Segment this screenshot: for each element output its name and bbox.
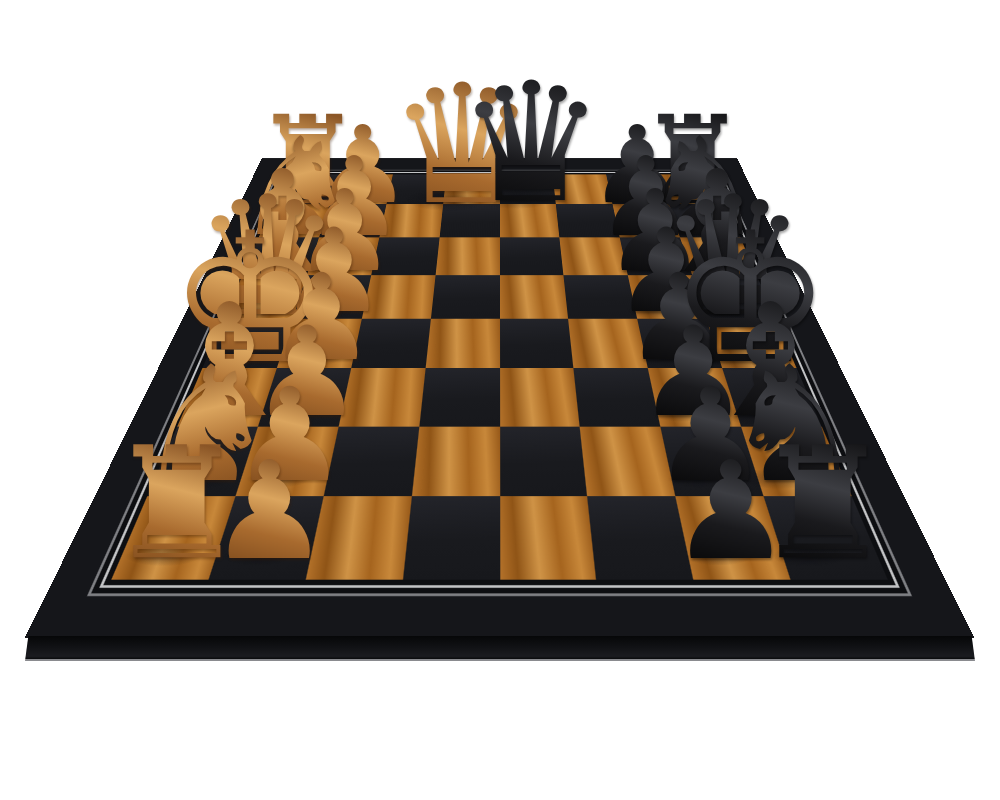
board-square-light	[500, 368, 581, 427]
board-square-dark	[500, 237, 564, 275]
board-square-light	[435, 237, 499, 275]
board-square-light	[500, 275, 569, 318]
chess-set-product-photo: ♜♟♟♜♞♟♟♞♝♟♟♝♛♟♟♛♚♟♟♚♝♟♟♝♞♟♟♞♜♟♟♜♛♛	[0, 0, 1000, 800]
board-square-light	[411, 427, 499, 496]
board-front-edge	[25, 636, 975, 661]
board-square-dark	[500, 318, 574, 368]
spare-black-queen: ♛	[457, 61, 605, 226]
white-pawn: ♟	[209, 443, 330, 579]
board-square-dark	[402, 496, 499, 580]
board-square-light	[425, 318, 499, 368]
black-rook: ♜	[754, 427, 893, 582]
board-square-dark	[500, 427, 588, 496]
board-square-dark	[419, 368, 500, 427]
board-square-light	[500, 496, 597, 580]
board-square-dark	[431, 275, 500, 318]
